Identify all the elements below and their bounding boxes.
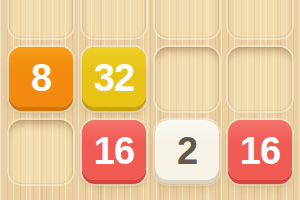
board-cell-r0-c1 xyxy=(82,0,146,38)
board-cell-r2-c0 xyxy=(9,120,73,184)
tile-16: 16 xyxy=(228,120,292,180)
board-cell-r1-c2 xyxy=(155,47,219,111)
board-cell-r2-c3: 16 xyxy=(228,120,292,184)
game-screen: 83216216 xyxy=(0,0,300,200)
tile-32: 32 xyxy=(82,47,146,107)
tile-8: 8 xyxy=(9,47,73,107)
board-cell-r2-c2: 2 xyxy=(155,120,219,184)
board-cell-r0-c3 xyxy=(228,0,292,38)
board-cell-r1-c1: 32 xyxy=(82,47,146,111)
tile-value: 32 xyxy=(94,59,134,97)
tile-value: 16 xyxy=(94,132,134,170)
board-cell-r0-c0 xyxy=(9,0,73,38)
board-cell-r1-c3 xyxy=(228,47,292,111)
tile-value: 8 xyxy=(31,59,51,97)
board-cell-r0-c2 xyxy=(155,0,219,38)
tile-value: 16 xyxy=(240,132,280,170)
board-cell-r1-c0: 8 xyxy=(9,47,73,111)
tile-2: 2 xyxy=(155,120,219,180)
tile-16: 16 xyxy=(82,120,146,180)
2048-board[interactable]: 83216216 xyxy=(9,0,292,184)
board-cell-r2-c1: 16 xyxy=(82,120,146,184)
tile-value: 2 xyxy=(177,132,197,170)
